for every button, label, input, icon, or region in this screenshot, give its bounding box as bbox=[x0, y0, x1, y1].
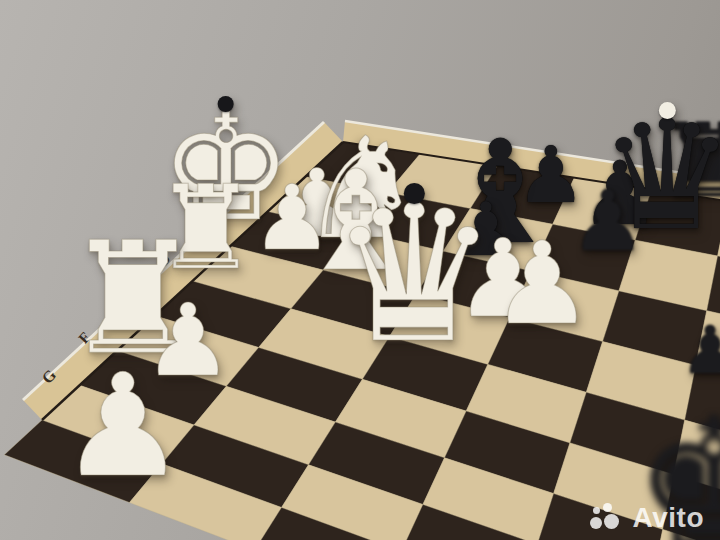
chess-board: DFG bbox=[0, 0, 720, 540]
avito-watermark: Avito bbox=[590, 502, 704, 534]
avito-logo-icon bbox=[590, 502, 626, 534]
watermark-text: Avito bbox=[633, 502, 704, 534]
chess-photo-scene: DFG ♜♟♟♚♟♛♞♟♟♝♟♜♝♟♟♛♜♟♟♟♚ Avito bbox=[0, 0, 720, 540]
